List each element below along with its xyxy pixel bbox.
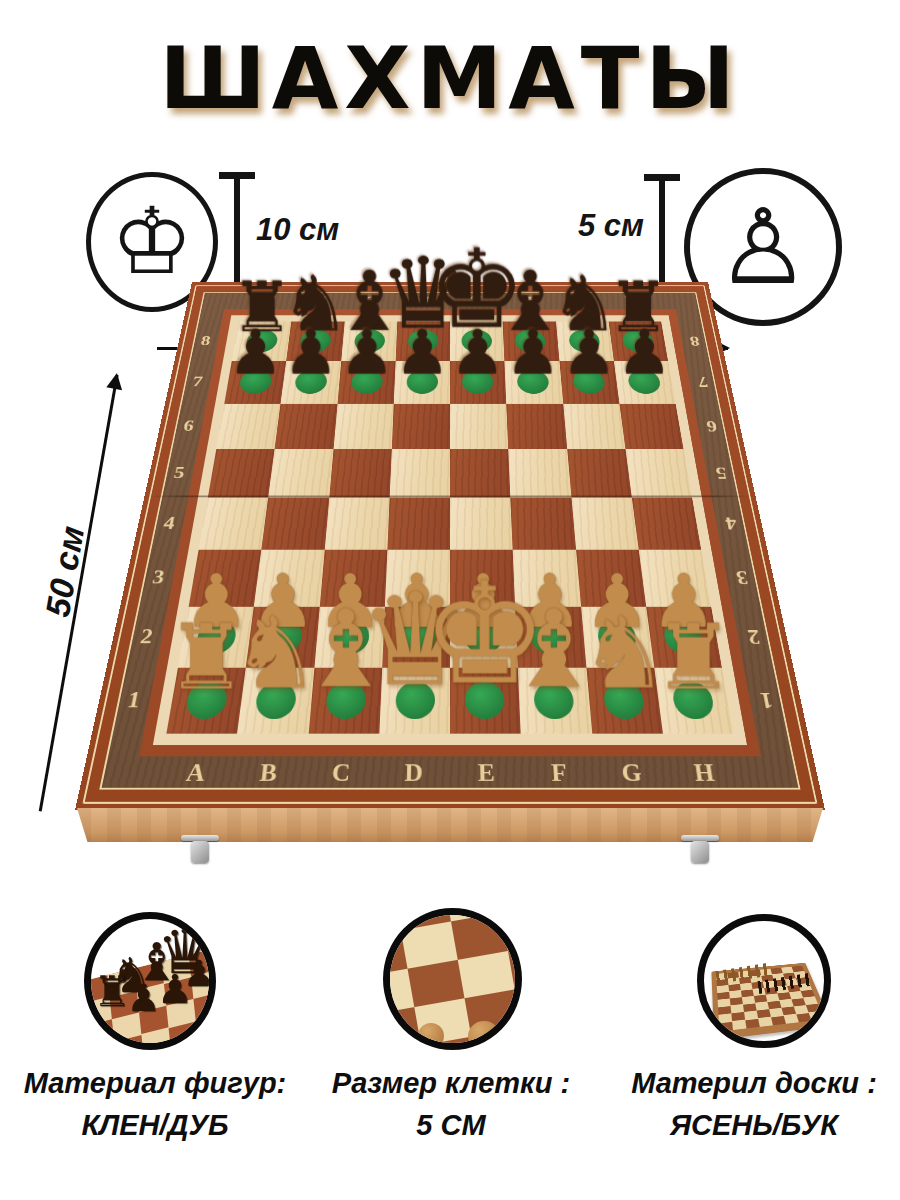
rook-glyph: ♜ <box>93 971 131 1013</box>
coordinate-label: 6 <box>179 403 198 448</box>
latch-clasp <box>191 841 209 863</box>
pawn-glyph: ♟ <box>183 956 215 992</box>
caption-line: Материл доски : <box>608 1062 900 1104</box>
caption-board-material: Материл доски : ЯСЕНЬ/БУК <box>608 1062 900 1146</box>
coordinate-label: 1 <box>121 667 146 733</box>
full-set-photo <box>697 914 831 1048</box>
caption-line: Размер клетки : <box>302 1062 600 1104</box>
pawn-height-label: 5 см <box>578 208 644 244</box>
metal-latch-icon <box>185 835 215 865</box>
coordinate-label: 7 <box>188 361 206 403</box>
pawn-top <box>468 1021 500 1050</box>
board-scene: ABCDEFGH ABCDEFGH 87654321 87654321 ♜♞♝♛… <box>75 330 825 810</box>
black-pawn-h7: ♟ <box>617 322 672 383</box>
coordinate-label: 7 <box>694 361 712 403</box>
latch-clasp <box>691 841 709 863</box>
black-pawn-d7: ♟ <box>395 322 450 383</box>
coordinate-label: G <box>553 293 607 308</box>
pawn-glyph: ♟ <box>126 979 160 1017</box>
pieces-closeup-photo: ♛ ♝ ♞ ♜ ♟ ♟ ♟ <box>84 912 216 1050</box>
white-king-e1: ♚ <box>422 563 548 704</box>
king-height-label: 10 см <box>256 212 339 248</box>
caption-line: ЯСЕНЬ/БУК <box>608 1104 900 1146</box>
metal-latch-icon <box>685 835 715 865</box>
caption-piece-material: Материал фигур: КЛЕН/ДУБ <box>5 1062 305 1146</box>
king-icon: ♔ <box>111 196 193 288</box>
coordinate-label: 8 <box>197 321 214 361</box>
page-title: ШАХМАТЫ <box>0 28 900 128</box>
coordinate-label: 6 <box>702 403 721 448</box>
pieces-layer: ♜♞♝♛♚♝♞♜♟♟♟♟♟♟♟♟♟♟♟♟♟♟♟♟♜♞♝♛♚♝♞♜ <box>166 321 733 733</box>
coordinate-label: F <box>502 293 555 308</box>
black-pawn-a7: ♟ <box>228 322 283 383</box>
coordinate-label: B <box>293 293 347 308</box>
caption-cell-size: Размер клетки : 5 СМ <box>302 1062 600 1146</box>
cells-closeup-photo <box>383 908 522 1050</box>
caption-line: Материал фигур: <box>5 1062 305 1104</box>
coordinate-label: 2 <box>135 606 159 667</box>
coordinate-label: C <box>346 293 399 308</box>
pawn-top <box>418 1023 444 1049</box>
chessboard: ABCDEFGH ABCDEFGH 87654321 87654321 ♜♞♝♛… <box>75 282 825 810</box>
black-pawn-e7: ♟ <box>450 322 505 383</box>
file-labels-far: ABCDEFGH <box>241 292 659 309</box>
coordinate-label: 3 <box>147 550 170 606</box>
coordinate-label: 5 <box>169 449 189 498</box>
black-pawn-b7: ♟ <box>284 322 339 383</box>
coordinate-label: 4 <box>720 497 741 549</box>
coordinate-label: A <box>241 293 295 308</box>
coordinate-label: 5 <box>711 449 731 498</box>
product-image: ШАХМАТЫ ♔ 10 см 5 см ♙ 50 см 50 см ABCDE… <box>0 0 900 1200</box>
coordinate-label: 3 <box>731 550 754 606</box>
coordinate-label: E <box>450 293 502 308</box>
coordinate-label: D <box>398 293 450 308</box>
coordinate-label: H <box>605 293 659 308</box>
closeup-squares-bg <box>383 908 522 1050</box>
coordinate-label: 2 <box>742 606 766 667</box>
coordinate-label: 4 <box>158 497 179 549</box>
coordinate-label: 8 <box>686 321 703 361</box>
black-pawn-f7: ♟ <box>506 322 561 383</box>
black-pawn-g7: ♟ <box>561 322 616 383</box>
caption-line: КЛЕН/ДУБ <box>5 1104 305 1146</box>
pawn-icon: ♙ <box>716 195 809 299</box>
chessboard-photo: ABCDEFGH ABCDEFGH 87654321 87654321 ♜♞♝♛… <box>75 330 825 878</box>
caption-line: 5 СМ <box>302 1104 600 1146</box>
black-pawn-c7: ♟ <box>339 322 394 383</box>
coordinate-label: 1 <box>754 667 779 733</box>
